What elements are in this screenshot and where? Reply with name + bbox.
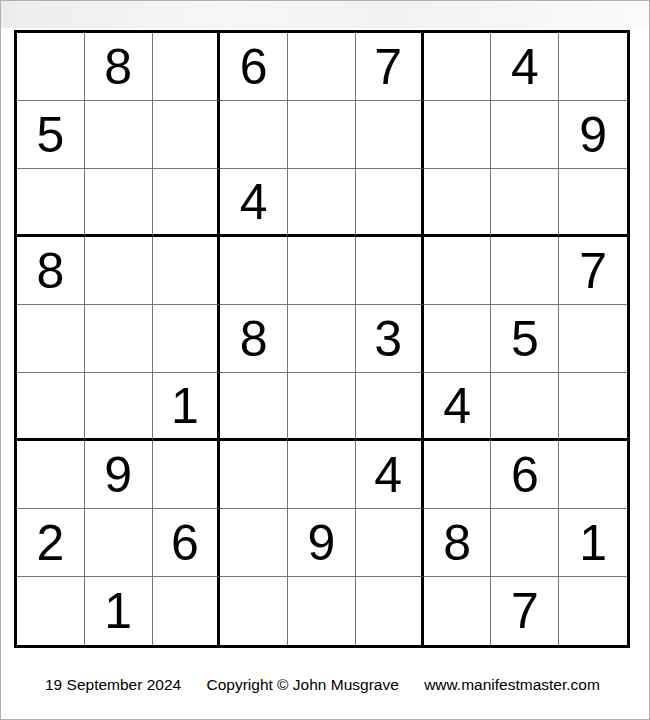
cell-r2c4 (220, 101, 288, 169)
cell-r5c5 (288, 305, 356, 373)
copyright-notice: Copyright © John Musgrave (206, 676, 398, 693)
cell-r6c1 (17, 373, 85, 441)
cell-r5c9 (559, 305, 627, 373)
puzzle-page: 867459487835149462698117 19 September 20… (0, 0, 650, 720)
cell-r2c9: 9 (559, 101, 627, 169)
cell-r4c2 (85, 237, 153, 305)
cell-r8c3: 6 (153, 509, 221, 577)
puzzle-date: 19 September 2024 (45, 676, 181, 693)
cell-r3c9 (559, 169, 627, 237)
cell-r6c2 (85, 373, 153, 441)
cell-r9c5 (288, 577, 356, 645)
cell-r3c8 (491, 169, 559, 237)
cell-r1c2: 8 (85, 33, 153, 101)
cell-r3c2 (85, 169, 153, 237)
cell-r6c4 (220, 373, 288, 441)
cell-r9c7 (424, 577, 492, 645)
cell-r8c5: 9 (288, 509, 356, 577)
cell-r5c8: 5 (491, 305, 559, 373)
cell-r1c5 (288, 33, 356, 101)
cell-r4c6 (356, 237, 424, 305)
cell-r2c2 (85, 101, 153, 169)
cell-r6c9 (559, 373, 627, 441)
cell-r6c3: 1 (153, 373, 221, 441)
cell-r1c8: 4 (491, 33, 559, 101)
cell-r7c7 (424, 441, 492, 509)
cell-r4c9: 7 (559, 237, 627, 305)
cell-r2c3 (153, 101, 221, 169)
cell-r4c5 (288, 237, 356, 305)
cell-r1c3 (153, 33, 221, 101)
cell-r7c5 (288, 441, 356, 509)
sudoku-board: 867459487835149462698117 (14, 30, 630, 648)
cell-r9c1 (17, 577, 85, 645)
cell-r1c1 (17, 33, 85, 101)
cell-r5c7 (424, 305, 492, 373)
cell-r8c7: 8 (424, 509, 492, 577)
cell-r7c1 (17, 441, 85, 509)
cell-r6c5 (288, 373, 356, 441)
cell-r5c4: 8 (220, 305, 288, 373)
cell-r9c9 (559, 577, 627, 645)
cell-r2c1: 5 (17, 101, 85, 169)
cell-r8c6 (356, 509, 424, 577)
cell-r7c9 (559, 441, 627, 509)
cell-r3c1 (17, 169, 85, 237)
cell-r5c2 (85, 305, 153, 373)
cell-r5c1 (17, 305, 85, 373)
cell-r8c2 (85, 509, 153, 577)
cell-r3c5 (288, 169, 356, 237)
cell-r4c4 (220, 237, 288, 305)
cell-r1c6: 7 (356, 33, 424, 101)
cell-r2c7 (424, 101, 492, 169)
cell-r7c8: 6 (491, 441, 559, 509)
cell-r3c7 (424, 169, 492, 237)
cell-r6c8 (491, 373, 559, 441)
cell-r8c8 (491, 509, 559, 577)
page-top-strip (1, 1, 649, 28)
cell-r9c3 (153, 577, 221, 645)
cell-r7c4 (220, 441, 288, 509)
website-url: www.manifestmaster.com (424, 676, 600, 693)
cell-r4c1: 8 (17, 237, 85, 305)
cell-r2c8 (491, 101, 559, 169)
cell-r3c3 (153, 169, 221, 237)
cell-r7c2: 9 (85, 441, 153, 509)
cell-r8c9: 1 (559, 509, 627, 577)
cell-r6c6 (356, 373, 424, 441)
cell-r5c3 (153, 305, 221, 373)
page-footer: 19 September 2024 Copyright © John Musgr… (45, 676, 600, 693)
cell-r4c8 (491, 237, 559, 305)
cell-r8c1: 2 (17, 509, 85, 577)
cell-r2c6 (356, 101, 424, 169)
cell-r5c6: 3 (356, 305, 424, 373)
cell-r3c4: 4 (220, 169, 288, 237)
cell-r1c9 (559, 33, 627, 101)
cell-r9c2: 1 (85, 577, 153, 645)
cell-r2c5 (288, 101, 356, 169)
cell-r1c7 (424, 33, 492, 101)
cell-r7c3 (153, 441, 221, 509)
cell-r4c7 (424, 237, 492, 305)
cell-r4c3 (153, 237, 221, 305)
cell-r3c6 (356, 169, 424, 237)
cell-r1c4: 6 (220, 33, 288, 101)
cell-r9c6 (356, 577, 424, 645)
cell-r9c8: 7 (491, 577, 559, 645)
cell-r7c6: 4 (356, 441, 424, 509)
cell-r9c4 (220, 577, 288, 645)
cell-r6c7: 4 (424, 373, 492, 441)
cell-r8c4 (220, 509, 288, 577)
